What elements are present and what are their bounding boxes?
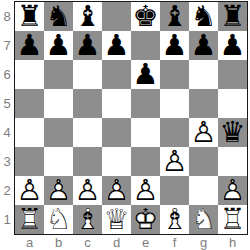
black-bishop-glyph: ♝ [73, 2, 102, 31]
chess-app: 87654321 ♜♞♝♚♝♞♜♟♟♟♟♟♟♟♟♟♙♛♟♙♟♙♟♙♟♙♟♙♟♙♟… [0, 0, 250, 250]
square-h6[interactable] [218, 60, 247, 89]
black-knight: ♞ [189, 2, 218, 31]
white-bishop: ♝♗ [160, 205, 189, 234]
square-e6[interactable]: ♟ [131, 60, 160, 89]
square-d7[interactable]: ♟ [102, 31, 131, 60]
black-pawn-glyph: ♟ [73, 31, 102, 60]
square-e3[interactable] [131, 147, 160, 176]
black-rook-glyph: ♜ [218, 2, 247, 31]
square-e4[interactable] [131, 118, 160, 147]
black-pawn-glyph: ♟ [44, 31, 73, 60]
white-knight: ♞♘ [189, 205, 218, 234]
square-b3[interactable] [44, 147, 73, 176]
black-pawn: ♟ [131, 60, 160, 89]
square-g3[interactable] [189, 147, 218, 176]
black-pawn-glyph: ♟ [102, 31, 131, 60]
square-h3[interactable] [218, 147, 247, 176]
rank-labels: 87654321 [0, 2, 14, 234]
black-pawn-glyph: ♟ [189, 31, 218, 60]
file-label-a: a [15, 235, 44, 250]
rank-label-5: 5 [0, 89, 14, 118]
white-pawn: ♟♙ [160, 147, 189, 176]
white-rook-outline: ♖ [15, 205, 44, 234]
file-label-b: b [44, 235, 73, 250]
square-g7[interactable]: ♟ [189, 31, 218, 60]
white-queen-outline: ♕ [102, 205, 131, 234]
square-h1[interactable]: ♜♖ [218, 205, 247, 234]
white-pawn: ♟♙ [44, 176, 73, 205]
square-b1[interactable]: ♞♘ [44, 205, 73, 234]
white-bishop: ♝♗ [73, 205, 102, 234]
black-pawn-glyph: ♟ [218, 31, 247, 60]
white-pawn-outline: ♙ [73, 176, 102, 205]
chess-board: ♜♞♝♚♝♞♜♟♟♟♟♟♟♟♟♟♙♛♟♙♟♙♟♙♟♙♟♙♟♙♟♙♜♖♞♘♝♗♛♕… [14, 1, 248, 235]
black-bishop: ♝ [73, 2, 102, 31]
square-h4[interactable]: ♛ [218, 118, 247, 147]
black-pawn-glyph: ♟ [131, 60, 160, 89]
square-c5[interactable] [73, 89, 102, 118]
file-label-f: f [160, 235, 189, 250]
square-c6[interactable] [73, 60, 102, 89]
file-label-d: d [102, 235, 131, 250]
square-e8[interactable]: ♚ [131, 2, 160, 31]
square-a1[interactable]: ♜♖ [15, 205, 44, 234]
square-a8[interactable]: ♜ [15, 2, 44, 31]
white-pawn-outline: ♙ [102, 176, 131, 205]
white-king: ♚♔ [131, 205, 160, 234]
square-h2[interactable]: ♟♙ [218, 176, 247, 205]
square-b5[interactable] [44, 89, 73, 118]
black-knight: ♞ [44, 2, 73, 31]
square-f5[interactable] [160, 89, 189, 118]
white-pawn-outline: ♙ [218, 176, 247, 205]
black-rook: ♜ [218, 2, 247, 31]
square-f7[interactable]: ♟ [160, 31, 189, 60]
square-a2[interactable]: ♟♙ [15, 176, 44, 205]
square-f4[interactable] [160, 118, 189, 147]
rank-label-6: 6 [0, 60, 14, 89]
square-a4[interactable] [15, 118, 44, 147]
file-label-e: e [131, 235, 160, 250]
rank-label-3: 3 [0, 147, 14, 176]
black-bishop-glyph: ♝ [160, 2, 189, 31]
file-label-g: g [189, 235, 218, 250]
square-f3[interactable]: ♟♙ [160, 147, 189, 176]
black-knight-glyph: ♞ [44, 2, 73, 31]
black-pawn: ♟ [160, 31, 189, 60]
square-c3[interactable] [73, 147, 102, 176]
rank-label-1: 1 [0, 205, 14, 234]
square-b4[interactable] [44, 118, 73, 147]
black-rook: ♜ [15, 2, 44, 31]
black-king: ♚ [131, 2, 160, 31]
square-f8[interactable]: ♝ [160, 2, 189, 31]
square-b7[interactable]: ♟ [44, 31, 73, 60]
white-pawn: ♟♙ [189, 118, 218, 147]
black-pawn: ♟ [44, 31, 73, 60]
square-b8[interactable]: ♞ [44, 2, 73, 31]
black-pawn: ♟ [15, 31, 44, 60]
square-a6[interactable] [15, 60, 44, 89]
square-f2[interactable] [160, 176, 189, 205]
black-queen: ♛ [218, 118, 247, 147]
square-c7[interactable]: ♟ [73, 31, 102, 60]
white-knight-outline: ♘ [189, 205, 218, 234]
white-knight-outline: ♘ [44, 205, 73, 234]
square-d8[interactable] [102, 2, 131, 31]
square-c8[interactable]: ♝ [73, 2, 102, 31]
white-queen: ♛♕ [102, 205, 131, 234]
square-g8[interactable]: ♞ [189, 2, 218, 31]
white-bishop-outline: ♗ [160, 205, 189, 234]
file-label-h: h [218, 235, 247, 250]
white-pawn: ♟♙ [131, 176, 160, 205]
square-d5[interactable] [102, 89, 131, 118]
square-d3[interactable] [102, 147, 131, 176]
square-e1[interactable]: ♚♔ [131, 205, 160, 234]
square-d4[interactable] [102, 118, 131, 147]
square-a3[interactable] [15, 147, 44, 176]
square-c1[interactable]: ♝♗ [73, 205, 102, 234]
square-g5[interactable] [189, 89, 218, 118]
square-h5[interactable] [218, 89, 247, 118]
black-rook-glyph: ♜ [15, 2, 44, 31]
square-e2[interactable]: ♟♙ [131, 176, 160, 205]
black-bishop: ♝ [160, 2, 189, 31]
white-pawn-outline: ♙ [44, 176, 73, 205]
square-g1[interactable]: ♞♘ [189, 205, 218, 234]
white-rook: ♜♖ [218, 205, 247, 234]
square-c4[interactable] [73, 118, 102, 147]
square-g2[interactable] [189, 176, 218, 205]
black-pawn: ♟ [218, 31, 247, 60]
rank-label-4: 4 [0, 118, 14, 147]
file-labels: abcdefgh [15, 235, 247, 250]
black-knight-glyph: ♞ [189, 2, 218, 31]
square-h7[interactable]: ♟ [218, 31, 247, 60]
white-rook-outline: ♖ [218, 205, 247, 234]
white-king-outline: ♔ [131, 205, 160, 234]
rank-label-2: 2 [0, 176, 14, 205]
rank-label-7: 7 [0, 31, 14, 60]
square-d1[interactable]: ♛♕ [102, 205, 131, 234]
square-b2[interactable]: ♟♙ [44, 176, 73, 205]
white-rook: ♜♖ [15, 205, 44, 234]
white-pawn-outline: ♙ [189, 118, 218, 147]
square-f1[interactable]: ♝♗ [160, 205, 189, 234]
square-f6[interactable] [160, 60, 189, 89]
square-g4[interactable]: ♟♙ [189, 118, 218, 147]
file-label-c: c [73, 235, 102, 250]
square-h8[interactable]: ♜ [218, 2, 247, 31]
black-pawn: ♟ [102, 31, 131, 60]
rank-label-8: 8 [0, 2, 14, 31]
black-queen-glyph: ♛ [218, 118, 247, 147]
white-pawn-outline: ♙ [160, 147, 189, 176]
black-king-glyph: ♚ [131, 2, 160, 31]
square-e7[interactable] [131, 31, 160, 60]
square-a7[interactable]: ♟ [15, 31, 44, 60]
square-d6[interactable] [102, 60, 131, 89]
square-e5[interactable] [131, 89, 160, 118]
white-pawn: ♟♙ [102, 176, 131, 205]
square-d2[interactable]: ♟♙ [102, 176, 131, 205]
black-pawn: ♟ [73, 31, 102, 60]
black-pawn: ♟ [189, 31, 218, 60]
black-pawn-glyph: ♟ [160, 31, 189, 60]
white-pawn-outline: ♙ [15, 176, 44, 205]
square-b6[interactable] [44, 60, 73, 89]
square-g6[interactable] [189, 60, 218, 89]
white-pawn-outline: ♙ [131, 176, 160, 205]
black-pawn-glyph: ♟ [15, 31, 44, 60]
square-c2[interactable]: ♟♙ [73, 176, 102, 205]
white-pawn: ♟♙ [218, 176, 247, 205]
white-knight: ♞♘ [44, 205, 73, 234]
square-a5[interactable] [15, 89, 44, 118]
white-bishop-outline: ♗ [73, 205, 102, 234]
white-pawn: ♟♙ [15, 176, 44, 205]
white-pawn: ♟♙ [73, 176, 102, 205]
